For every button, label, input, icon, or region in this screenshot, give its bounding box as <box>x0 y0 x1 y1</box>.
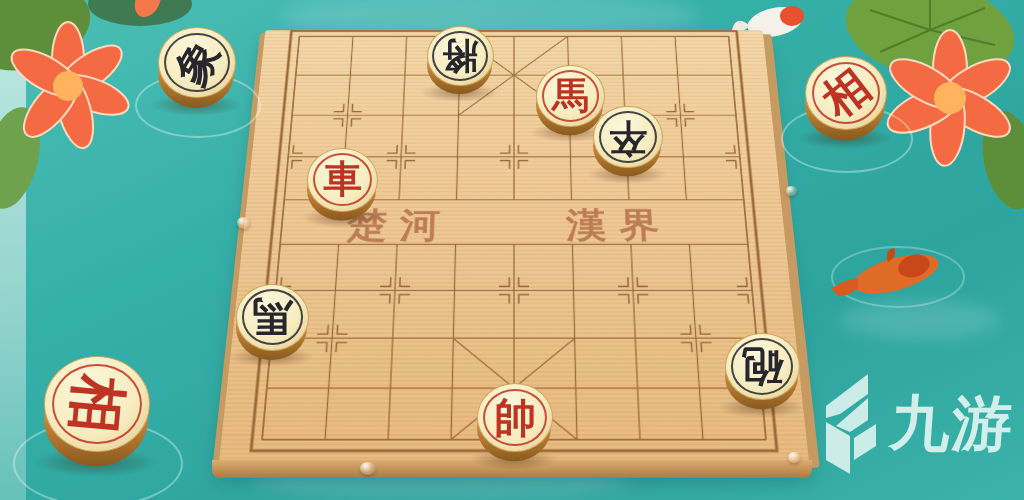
piece-face: 車 <box>307 148 377 212</box>
piece-face: 相 <box>44 356 150 452</box>
water-droplet <box>360 462 376 475</box>
red-chariot-piece[interactable]: 車 <box>307 148 375 223</box>
black-cannon-piece[interactable]: 砲 <box>725 333 798 413</box>
piece-character: 馬 <box>552 77 589 114</box>
koi-fish-icon <box>818 222 978 332</box>
black-elephant-floating-piece[interactable]: 象 <box>158 27 234 111</box>
piece-character: 相 <box>65 373 128 436</box>
piece-face: 象 <box>158 27 236 98</box>
piece-face: 帥 <box>477 383 553 452</box>
piece-character: 帥 <box>494 397 535 438</box>
river-label-han-jie: 漢界 <box>566 202 674 248</box>
piece-character: 砲 <box>742 346 783 387</box>
piece-character: 馬 <box>252 297 292 337</box>
water-droplet <box>786 186 797 196</box>
piece-character: 象 <box>168 33 226 91</box>
watermark-text: 九游 <box>887 384 1017 465</box>
piece-face: 馬 <box>236 284 310 351</box>
red-elephant-floating-left-piece[interactable]: 相 <box>44 356 148 470</box>
black-soldier-piece[interactable]: 卒 <box>593 106 660 180</box>
piece-face: 卒 <box>593 106 662 169</box>
black-horse-piece[interactable]: 馬 <box>236 284 308 363</box>
black-general-piece[interactable]: 將 <box>427 26 492 98</box>
water-droplet <box>788 452 801 463</box>
game-screen: 楚河 漢界 將馬卒車馬砲帥象相相 九游 <box>0 0 1024 500</box>
piece-character: 相 <box>815 62 878 125</box>
water-droplet <box>237 217 250 229</box>
piece-character: 卒 <box>609 118 647 156</box>
piece-face: 相 <box>805 56 887 130</box>
watermark: 九游 <box>806 372 1014 476</box>
piece-character: 將 <box>442 38 478 74</box>
red-general-piece[interactable]: 帥 <box>477 383 551 464</box>
jiuyou-g-icon <box>806 372 880 476</box>
piece-face: 將 <box>427 26 494 87</box>
red-elephant-floating-right-piece[interactable]: 相 <box>805 56 885 144</box>
piece-face: 砲 <box>725 333 800 401</box>
piece-character: 車 <box>324 160 362 198</box>
